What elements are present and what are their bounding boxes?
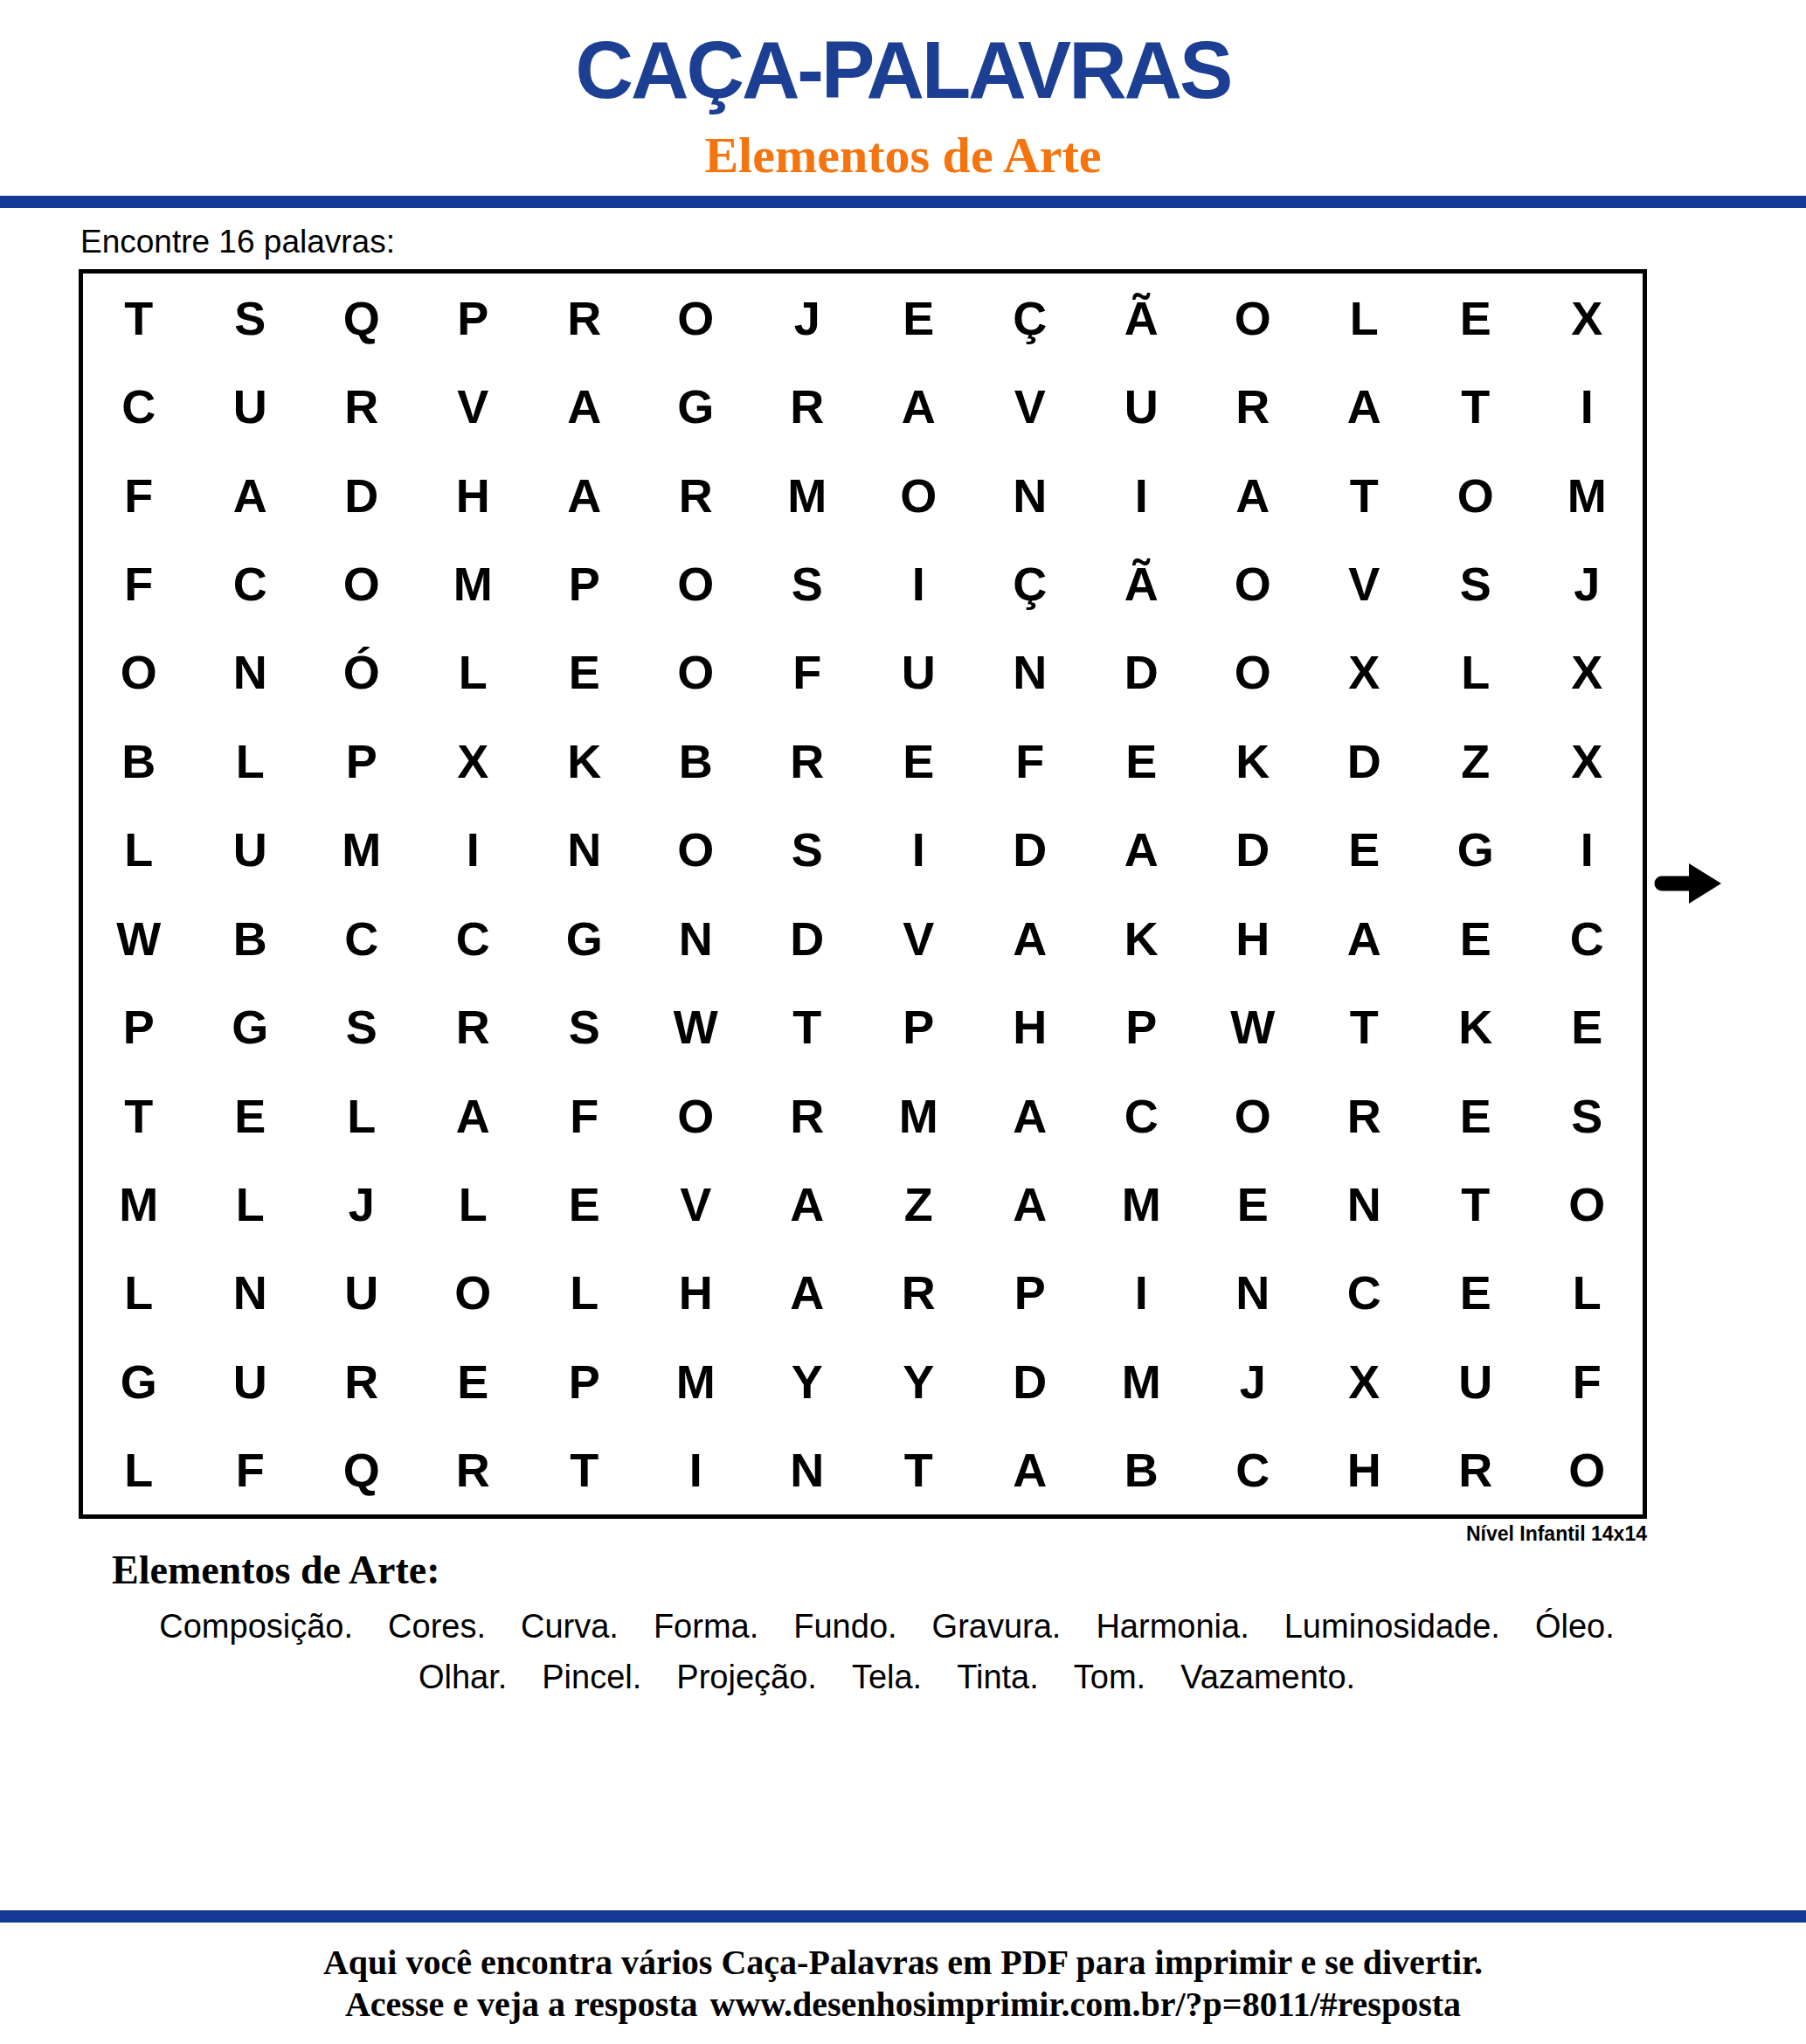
grid-cell-r2c11[interactable]: R bbox=[1197, 362, 1309, 450]
grid-cell-r14c5[interactable]: T bbox=[529, 1426, 640, 1514]
grid-cell-r2c3[interactable]: R bbox=[306, 362, 418, 450]
grid-cell-r8c10[interactable]: K bbox=[1086, 894, 1198, 982]
grid-cell-r4c11[interactable]: O bbox=[1197, 539, 1309, 627]
grid-cell-r1c14[interactable]: X bbox=[1532, 274, 1643, 362]
grid-cell-r2c2[interactable]: U bbox=[195, 362, 307, 450]
grid-cell-r1c3[interactable]: Q bbox=[306, 274, 418, 362]
grid-cell-r14c3[interactable]: Q bbox=[306, 1426, 418, 1514]
grid-cell-r6c6[interactable]: B bbox=[640, 717, 752, 805]
word-item: Gravura. bbox=[932, 1608, 1062, 1646]
grid-cell-r6c12[interactable]: D bbox=[1309, 717, 1421, 805]
grid-cell-r6c2[interactable]: L bbox=[195, 717, 307, 805]
grid-cell-r9c12[interactable]: T bbox=[1309, 982, 1421, 1071]
word-item: Fundo. bbox=[793, 1608, 896, 1646]
footer-text-2: Acesse e veja a respostawww.desenhosimpr… bbox=[0, 1985, 1806, 2024]
grid-cell-r14c12[interactable]: H bbox=[1309, 1426, 1421, 1514]
grid-cell-r9c6[interactable]: W bbox=[640, 982, 752, 1071]
word-list-heading: Elementos de Arte: bbox=[112, 1547, 440, 1593]
grid-cell-r14c13[interactable]: R bbox=[1420, 1426, 1532, 1514]
grid-cell-r8c8[interactable]: V bbox=[863, 894, 975, 982]
grid-cell-r11c2[interactable]: L bbox=[195, 1160, 307, 1248]
word-item: Curva. bbox=[521, 1608, 619, 1646]
grid-cell-r13c9[interactable]: D bbox=[974, 1337, 1086, 1425]
grid-cell-r14c2[interactable]: F bbox=[195, 1426, 307, 1514]
word-item: Harmonia. bbox=[1096, 1608, 1249, 1646]
word-item: Olhar. bbox=[419, 1659, 507, 1696]
grid-cell-r10c7[interactable]: R bbox=[751, 1071, 863, 1160]
grid-cell-r11c6[interactable]: V bbox=[640, 1160, 752, 1248]
grid-cell-r3c8[interactable]: O bbox=[863, 451, 975, 539]
grid-cell-r1c5[interactable]: R bbox=[529, 274, 640, 362]
grid-cell-r12c6[interactable]: H bbox=[640, 1249, 752, 1337]
page-title: CAÇA-PALAVRAS bbox=[0, 26, 1806, 114]
grid-cell-r4c2[interactable]: C bbox=[195, 539, 307, 627]
grid-cell-r2c14[interactable]: I bbox=[1532, 362, 1643, 450]
grid-cell-r7c6[interactable]: O bbox=[640, 806, 752, 894]
grid-cell-r12c14[interactable]: L bbox=[1532, 1249, 1643, 1337]
grid-cell-r6c14[interactable]: X bbox=[1532, 717, 1643, 805]
grid-cell-r11c4[interactable]: L bbox=[418, 1160, 529, 1248]
grid-cell-r10c4[interactable]: A bbox=[418, 1071, 529, 1160]
grid-cell-r7c14[interactable]: I bbox=[1532, 806, 1643, 894]
page-subtitle: Elementos de Arte bbox=[0, 128, 1806, 184]
grid-cell-r11c5[interactable]: E bbox=[529, 1160, 640, 1248]
grid-cell-r4c9[interactable]: Ç bbox=[974, 539, 1086, 627]
word-item: Luminosidade. bbox=[1284, 1608, 1500, 1646]
word-item: Tela. bbox=[852, 1659, 922, 1696]
grid-cell-r14c4[interactable]: R bbox=[418, 1426, 529, 1514]
grid-cell-r2c8[interactable]: A bbox=[863, 362, 975, 450]
grid-cell-r2c13[interactable]: T bbox=[1420, 362, 1532, 450]
grid-cell-r9c9[interactable]: H bbox=[974, 982, 1086, 1071]
grid-cell-r7c11[interactable]: D bbox=[1197, 806, 1309, 894]
footer-divider bbox=[0, 1910, 1806, 1923]
grid-cell-r3c6[interactable]: R bbox=[640, 451, 752, 539]
grid-cell-r14c7[interactable]: N bbox=[751, 1426, 863, 1514]
grid-cell-r3c13[interactable]: O bbox=[1420, 451, 1532, 539]
grid-cell-r3c5[interactable]: A bbox=[529, 451, 640, 539]
grid-cell-r13c6[interactable]: M bbox=[640, 1337, 752, 1425]
grid-cell-r14c6[interactable]: I bbox=[640, 1426, 752, 1514]
word-item: Composição. bbox=[159, 1608, 353, 1646]
grid-cell-r6c11[interactable]: K bbox=[1197, 717, 1309, 805]
grid-cell-r9c8[interactable]: P bbox=[863, 982, 975, 1071]
grid-cell-r7c12[interactable]: E bbox=[1309, 806, 1421, 894]
grid-cell-r12c3[interactable]: U bbox=[306, 1249, 418, 1337]
grid-cell-r14c14[interactable]: O bbox=[1532, 1426, 1643, 1514]
grid-cell-r3c14[interactable]: M bbox=[1532, 451, 1643, 539]
grid-cell-r6c3[interactable]: P bbox=[306, 717, 418, 805]
grid-cell-r12c2[interactable]: N bbox=[195, 1249, 307, 1337]
instruction-text: Encontre 16 palavras: bbox=[80, 224, 395, 260]
word-item: Tinta. bbox=[957, 1659, 1039, 1696]
footer-text-1: Aqui você encontra vários Caça-Palavras … bbox=[0, 1944, 1806, 1982]
grid-cell-r5c1[interactable]: O bbox=[83, 628, 195, 717]
grid-cell-r2c1[interactable]: C bbox=[83, 362, 195, 450]
grid-cell-r3c3[interactable]: D bbox=[306, 451, 418, 539]
grid-cell-r7c2[interactable]: U bbox=[195, 806, 307, 894]
grid-cell-r13c12[interactable]: X bbox=[1309, 1337, 1421, 1425]
word-item: Tom. bbox=[1074, 1659, 1145, 1696]
grid-cell-r8c5[interactable]: G bbox=[529, 894, 640, 982]
grid-cell-r5c7[interactable]: F bbox=[751, 628, 863, 717]
grid-cell-r2c4[interactable]: V bbox=[418, 362, 529, 450]
grid-cell-r10c1[interactable]: T bbox=[83, 1071, 195, 1160]
grid-cell-r6c5[interactable]: K bbox=[529, 717, 640, 805]
grid-cell-r5c11[interactable]: O bbox=[1197, 628, 1309, 717]
grid-cell-r12c5[interactable]: L bbox=[529, 1249, 640, 1337]
grid-cell-r6c4[interactable]: X bbox=[418, 717, 529, 805]
grid-cell-r11c3[interactable]: J bbox=[306, 1160, 418, 1248]
grid-cell-r2c5[interactable]: A bbox=[529, 362, 640, 450]
grid-cell-r12c8[interactable]: R bbox=[863, 1249, 975, 1337]
grid-cell-r5c10[interactable]: D bbox=[1086, 628, 1198, 717]
grid-cell-r3c11[interactable]: A bbox=[1197, 451, 1309, 539]
grid-cell-r10c10[interactable]: C bbox=[1086, 1071, 1198, 1160]
grid-cell-r4c13[interactable]: S bbox=[1420, 539, 1532, 627]
grid-cell-r12c9[interactable]: P bbox=[974, 1249, 1086, 1337]
grid-cell-r4c14[interactable]: J bbox=[1532, 539, 1643, 627]
grid-cell-r2c10[interactable]: U bbox=[1086, 362, 1198, 450]
word-item: Projeção. bbox=[676, 1659, 817, 1696]
grid-cell-r1c10[interactable]: Ã bbox=[1086, 274, 1198, 362]
grid-cell-r3c1[interactable]: F bbox=[83, 451, 195, 539]
grid-cell-r7c13[interactable]: G bbox=[1420, 806, 1532, 894]
grid-cell-r10c5[interactable]: F bbox=[529, 1071, 640, 1160]
grid-cell-r14c1[interactable]: L bbox=[83, 1426, 195, 1514]
grid-cell-r9c1[interactable]: P bbox=[83, 982, 195, 1071]
grid-cell-r11c12[interactable]: N bbox=[1309, 1160, 1421, 1248]
grid-cell-r10c13[interactable]: E bbox=[1420, 1071, 1532, 1160]
grid-cell-r10c8[interactable]: M bbox=[863, 1071, 975, 1160]
grid-cell-r6c10[interactable]: E bbox=[1086, 717, 1198, 805]
grid-cell-r11c9[interactable]: A bbox=[974, 1160, 1086, 1248]
word-item: Pincel. bbox=[542, 1659, 641, 1696]
word-grid: TSQPROJEÇÃOLEXCURVAGRAVURATIFADHARMONIAT… bbox=[79, 269, 1647, 1519]
grid-cell-r12c7[interactable]: A bbox=[751, 1249, 863, 1337]
grid-cell-r2c6[interactable]: G bbox=[640, 362, 752, 450]
grid-cell-r3c7[interactable]: M bbox=[751, 451, 863, 539]
grid-cell-r4c10[interactable]: Ã bbox=[1086, 539, 1198, 627]
grid-cell-r1c9[interactable]: Ç bbox=[974, 274, 1086, 362]
grid-cell-r12c11[interactable]: N bbox=[1197, 1249, 1309, 1337]
grid-cell-r6c8[interactable]: E bbox=[863, 717, 975, 805]
grid-cell-r9c11[interactable]: W bbox=[1197, 982, 1309, 1071]
grid-cell-r10c3[interactable]: L bbox=[306, 1071, 418, 1160]
grid-cell-r4c7[interactable]: S bbox=[751, 539, 863, 627]
grid-cell-r13c8[interactable]: Y bbox=[863, 1337, 975, 1425]
grid-cell-r8c9[interactable]: A bbox=[974, 894, 1086, 982]
grid-cell-r12c13[interactable]: E bbox=[1420, 1249, 1532, 1337]
grid-cell-r1c1[interactable]: T bbox=[83, 274, 195, 362]
grid-cell-r4c8[interactable]: I bbox=[863, 539, 975, 627]
grid-cell-r8c2[interactable]: B bbox=[195, 894, 307, 982]
grid-cell-r8c3[interactable]: C bbox=[306, 894, 418, 982]
word-item: Cores. bbox=[388, 1608, 486, 1646]
word-item: Vazamento. bbox=[1180, 1659, 1355, 1696]
grid-cell-r6c1[interactable]: B bbox=[83, 717, 195, 805]
grid-cell-r2c9[interactable]: V bbox=[974, 362, 1086, 450]
grid-cell-r13c10[interactable]: M bbox=[1086, 1337, 1198, 1425]
grid-cell-r1c4[interactable]: P bbox=[418, 274, 529, 362]
grid-cell-r7c5[interactable]: N bbox=[529, 806, 640, 894]
grid-cell-r13c1[interactable]: G bbox=[83, 1337, 195, 1425]
grid-cell-r11c13[interactable]: T bbox=[1420, 1160, 1532, 1248]
grid-cell-r7c10[interactable]: A bbox=[1086, 806, 1198, 894]
grid-cell-r6c7[interactable]: R bbox=[751, 717, 863, 805]
grid-cell-r14c11[interactable]: C bbox=[1197, 1426, 1309, 1514]
grid-cell-r1c13[interactable]: E bbox=[1420, 274, 1532, 362]
grid-cell-r4c3[interactable]: O bbox=[306, 539, 418, 627]
grid-cell-r9c14[interactable]: E bbox=[1532, 982, 1643, 1071]
grid-cell-r14c8[interactable]: T bbox=[863, 1426, 975, 1514]
grid-cell-r8c12[interactable]: A bbox=[1309, 894, 1421, 982]
word-item: Forma. bbox=[654, 1608, 758, 1646]
word-list-line-1: Composição.Cores.Curva.Forma.Fundo.Gravu… bbox=[57, 1608, 1717, 1646]
grid-cell-r7c1[interactable]: L bbox=[83, 806, 195, 894]
grid-cell-r4c5[interactable]: P bbox=[529, 539, 640, 627]
grid-cell-r13c13[interactable]: U bbox=[1420, 1337, 1532, 1425]
grid-cell-r2c12[interactable]: A bbox=[1309, 362, 1421, 450]
grid-cell-r14c9[interactable]: A bbox=[974, 1426, 1086, 1514]
header-divider bbox=[0, 196, 1806, 208]
grid-cell-r5c5[interactable]: E bbox=[529, 628, 640, 717]
grid-cell-r7c9[interactable]: D bbox=[974, 806, 1086, 894]
grid-cell-r7c4[interactable]: I bbox=[418, 806, 529, 894]
grid-cell-r7c7[interactable]: S bbox=[751, 806, 863, 894]
grid-cell-r9c13[interactable]: K bbox=[1420, 982, 1532, 1071]
grid-cell-r13c5[interactable]: P bbox=[529, 1337, 640, 1425]
grid-cell-r14c10[interactable]: B bbox=[1086, 1426, 1198, 1514]
grid-cell-r7c8[interactable]: I bbox=[863, 806, 975, 894]
right-arrow-icon bbox=[1653, 860, 1725, 907]
grid-cell-r3c12[interactable]: T bbox=[1309, 451, 1421, 539]
grid-cell-r7c3[interactable]: M bbox=[306, 806, 418, 894]
grid-cell-r1c6[interactable]: O bbox=[640, 274, 752, 362]
grid-cell-r10c6[interactable]: O bbox=[640, 1071, 752, 1160]
grid-cell-r8c7[interactable]: D bbox=[751, 894, 863, 982]
grid-cell-r3c9[interactable]: N bbox=[974, 451, 1086, 539]
grid-cell-r13c7[interactable]: Y bbox=[751, 1337, 863, 1425]
grid-cell-r10c11[interactable]: O bbox=[1197, 1071, 1309, 1160]
grid-cell-r9c10[interactable]: P bbox=[1086, 982, 1198, 1071]
grid-cell-r1c8[interactable]: E bbox=[863, 274, 975, 362]
grid-cell-r11c7[interactable]: A bbox=[751, 1160, 863, 1248]
grid-cell-r5c6[interactable]: O bbox=[640, 628, 752, 717]
grid-cell-r10c2[interactable]: E bbox=[195, 1071, 307, 1160]
grid-cell-r13c14[interactable]: F bbox=[1532, 1337, 1643, 1425]
grid-cell-r6c9[interactable]: F bbox=[974, 717, 1086, 805]
grid-cell-r5c9[interactable]: N bbox=[974, 628, 1086, 717]
grid-cell-r13c11[interactable]: J bbox=[1197, 1337, 1309, 1425]
grid-cell-r5c3[interactable]: Ó bbox=[306, 628, 418, 717]
grid-cell-r5c14[interactable]: X bbox=[1532, 628, 1643, 717]
grid-cell-r2c7[interactable]: R bbox=[751, 362, 863, 450]
grid-cell-r8c4[interactable]: C bbox=[418, 894, 529, 982]
grid-cell-r11c10[interactable]: M bbox=[1086, 1160, 1198, 1248]
grid-cell-r4c1[interactable]: F bbox=[83, 539, 195, 627]
grid-cell-r3c10[interactable]: I bbox=[1086, 451, 1198, 539]
level-label: Nível Infantil 14x14 bbox=[1210, 1522, 1647, 1546]
grid-cell-r1c7[interactable]: J bbox=[751, 274, 863, 362]
grid-cell-r4c12[interactable]: V bbox=[1309, 539, 1421, 627]
grid-cell-r1c11[interactable]: O bbox=[1197, 274, 1309, 362]
grid-cell-r6c13[interactable]: Z bbox=[1420, 717, 1532, 805]
grid-cell-r3c4[interactable]: H bbox=[418, 451, 529, 539]
grid-cell-r12c1[interactable]: L bbox=[83, 1249, 195, 1337]
grid-cell-r13c2[interactable]: U bbox=[195, 1337, 307, 1425]
grid-cell-r1c12[interactable]: L bbox=[1309, 274, 1421, 362]
grid-cell-r11c11[interactable]: E bbox=[1197, 1160, 1309, 1248]
grid-cell-r12c4[interactable]: O bbox=[418, 1249, 529, 1337]
grid-cell-r9c4[interactable]: R bbox=[418, 982, 529, 1071]
grid-cell-r5c8[interactable]: U bbox=[863, 628, 975, 717]
grid-cell-r11c8[interactable]: Z bbox=[863, 1160, 975, 1248]
grid-cell-r3c2[interactable]: A bbox=[195, 451, 307, 539]
grid-cell-r9c2[interactable]: G bbox=[195, 982, 307, 1071]
grid-cell-r5c12[interactable]: X bbox=[1309, 628, 1421, 717]
word-item: Óleo. bbox=[1535, 1608, 1615, 1646]
grid-cell-r8c6[interactable]: N bbox=[640, 894, 752, 982]
grid-cell-r1c2[interactable]: S bbox=[195, 274, 307, 362]
grid-cell-r8c14[interactable]: C bbox=[1532, 894, 1643, 982]
word-list-line-2: Olhar.Pincel.Projeção.Tela.Tinta.Tom.Vaz… bbox=[57, 1659, 1717, 1696]
grid-cell-r13c4[interactable]: E bbox=[418, 1337, 529, 1425]
grid-cell-r12c10[interactable]: I bbox=[1086, 1249, 1198, 1337]
grid-cell-r8c11[interactable]: H bbox=[1197, 894, 1309, 982]
grid-cell-r9c3[interactable]: S bbox=[306, 982, 418, 1071]
footer-url[interactable]: www.desenhosimprimir.com.br/?p=8011/#res… bbox=[710, 1985, 1462, 2024]
grid-cell-r13c3[interactable]: R bbox=[306, 1337, 418, 1425]
grid-cell-r8c13[interactable]: E bbox=[1420, 894, 1532, 982]
grid-cell-r10c9[interactable]: A bbox=[974, 1071, 1086, 1160]
grid-cell-r12c12[interactable]: C bbox=[1309, 1249, 1421, 1337]
grid-cell-r8c1[interactable]: W bbox=[83, 894, 195, 982]
grid-cell-r5c4[interactable]: L bbox=[418, 628, 529, 717]
grid-cell-r10c14[interactable]: S bbox=[1532, 1071, 1643, 1160]
grid-cell-r11c1[interactable]: M bbox=[83, 1160, 195, 1248]
grid-cell-r4c6[interactable]: O bbox=[640, 539, 752, 627]
grid-cell-r5c13[interactable]: L bbox=[1420, 628, 1532, 717]
grid-cell-r9c7[interactable]: T bbox=[751, 982, 863, 1071]
grid-cell-r10c12[interactable]: R bbox=[1309, 1071, 1421, 1160]
grid-cell-r9c5[interactable]: S bbox=[529, 982, 640, 1071]
grid-cell-r4c4[interactable]: M bbox=[418, 539, 529, 627]
footer-text-prefix: Acesse e veja a resposta bbox=[345, 1985, 698, 2024]
grid-cell-r11c14[interactable]: O bbox=[1532, 1160, 1643, 1248]
grid-cell-r5c2[interactable]: N bbox=[195, 628, 307, 717]
word-search-page: CAÇA-PALAVRAS Elementos de Arte Encontre… bbox=[0, 0, 1806, 2044]
